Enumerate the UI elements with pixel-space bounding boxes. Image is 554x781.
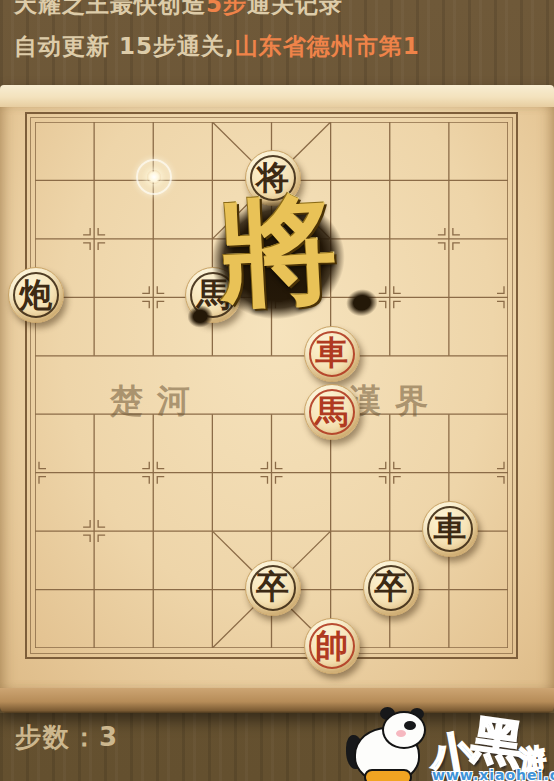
piece-black-cannon[interactable]: 炮 bbox=[8, 267, 64, 323]
piece-glyph: 馬 bbox=[315, 395, 348, 428]
piece-glyph: 車 bbox=[433, 512, 466, 545]
record-ticker-line: 天耀之王最快创造5步通关记录 bbox=[14, 0, 343, 20]
piece-glyph: 卒 bbox=[256, 570, 289, 603]
watermark-url: www.xiaohei.com bbox=[432, 767, 554, 781]
step-counter-label: 步数： bbox=[15, 722, 99, 752]
auto-update-text: 自动更新 15步通关, bbox=[14, 33, 235, 59]
step-counter: 步数：3 bbox=[15, 720, 119, 755]
piece-glyph: 将 bbox=[256, 161, 289, 194]
board-top-bevel bbox=[0, 85, 554, 107]
app-screen: 天耀之王最快创造5步通关记录 自动更新 15步通关,山东省德州市第1 楚河 漢界… bbox=[0, 0, 554, 781]
piece-red-horse[interactable]: 馬 bbox=[304, 384, 360, 440]
piece-glyph: 卒 bbox=[374, 570, 407, 603]
piece-black-chariot[interactable]: 車 bbox=[422, 501, 478, 557]
piece-red-chariot[interactable]: 車 bbox=[304, 326, 360, 382]
piece-glyph: 車 bbox=[315, 336, 348, 369]
panda-eye bbox=[404, 721, 416, 730]
piece-black-general[interactable]: 将 bbox=[245, 150, 301, 206]
piece-glyph: 馬 bbox=[197, 278, 230, 311]
piece-black-soldier-right[interactable]: 卒 bbox=[363, 560, 419, 616]
piece-glyph: 炮 bbox=[20, 278, 53, 311]
piece-black-soldier-left[interactable]: 卒 bbox=[245, 560, 301, 616]
step-counter-value: 3 bbox=[99, 722, 119, 752]
panda-shorts bbox=[364, 769, 412, 781]
region-rank-text: 山东省德州市第1 bbox=[235, 33, 420, 59]
piece-red-general[interactable]: 帥 bbox=[304, 618, 360, 674]
xiaohei-watermark: 小 黑 游戏 www.xiaohei.com bbox=[330, 703, 554, 781]
river-label-left: 楚河 bbox=[110, 379, 204, 424]
record-ticker-suffix: 通关记录 bbox=[247, 0, 343, 17]
panda-cheek bbox=[396, 730, 406, 737]
panda-mascot-icon bbox=[348, 711, 434, 781]
record-ticker-prefix: 天耀之王最快创造 bbox=[14, 0, 206, 17]
record-ticker-steps: 5步 bbox=[206, 0, 247, 17]
auto-update-line: 自动更新 15步通关,山东省德州市第1 bbox=[14, 31, 420, 62]
river-label-right: 漢界 bbox=[348, 379, 442, 424]
piece-glyph: 帥 bbox=[315, 629, 348, 662]
